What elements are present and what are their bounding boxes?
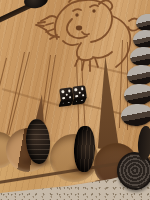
- die-pip: [65, 93, 68, 96]
- die-pip: [61, 90, 64, 93]
- die-pip: [81, 100, 83, 102]
- die-pip: [62, 97, 65, 100]
- bear-engraving-icon: [33, 0, 143, 82]
- die-pip: [76, 100, 78, 102]
- die-pip: [62, 102, 64, 104]
- die-pip: [75, 95, 78, 98]
- die-2: [72, 85, 87, 100]
- die-pip: [81, 87, 84, 90]
- backgammon-photo: [0, 0, 150, 200]
- die-pip: [78, 91, 81, 94]
- die-pip: [74, 88, 77, 91]
- die-pip: [68, 89, 71, 92]
- die-pip: [68, 102, 70, 104]
- die-pip: [82, 94, 85, 97]
- die-pip: [69, 96, 72, 99]
